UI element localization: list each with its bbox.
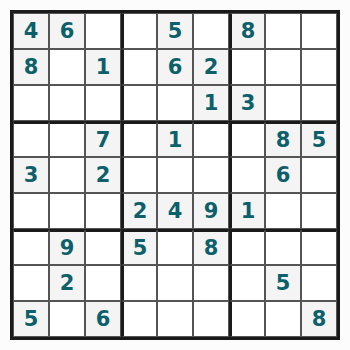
cell-r8c1[interactable] — [13, 265, 49, 301]
cell-r1c4[interactable] — [121, 13, 157, 49]
cell-r4c4[interactable] — [121, 121, 157, 157]
cell-r9c3[interactable]: 6 — [85, 301, 121, 337]
cell-r3c4[interactable] — [121, 85, 157, 121]
cell-r5c1[interactable]: 3 — [13, 157, 49, 193]
cell-r1c7[interactable]: 8 — [229, 13, 265, 49]
cell-r5c9[interactable] — [301, 157, 337, 193]
cell-r8c9[interactable] — [301, 265, 337, 301]
cell-r9c8[interactable] — [265, 301, 301, 337]
cell-r7c8[interactable] — [265, 229, 301, 265]
cell-r3c2[interactable] — [49, 85, 85, 121]
cell-r4c6[interactable] — [193, 121, 229, 157]
cell-r3c6[interactable]: 1 — [193, 85, 229, 121]
cell-r8c3[interactable] — [85, 265, 121, 301]
cell-r3c9[interactable] — [301, 85, 337, 121]
cell-r1c5[interactable]: 5 — [157, 13, 193, 49]
cell-r9c6[interactable] — [193, 301, 229, 337]
cell-r5c7[interactable] — [229, 157, 265, 193]
cell-r1c9[interactable] — [301, 13, 337, 49]
cell-r5c8[interactable]: 6 — [265, 157, 301, 193]
cell-r6c6[interactable]: 9 — [193, 193, 229, 229]
cell-r7c3[interactable] — [85, 229, 121, 265]
cell-r1c1[interactable]: 4 — [13, 13, 49, 49]
cell-r8c5[interactable] — [157, 265, 193, 301]
cell-r2c5[interactable]: 6 — [157, 49, 193, 85]
cell-r8c8[interactable]: 5 — [265, 265, 301, 301]
cell-r3c8[interactable] — [265, 85, 301, 121]
cell-r1c8[interactable] — [265, 13, 301, 49]
cell-r2c4[interactable] — [121, 49, 157, 85]
cell-r9c7[interactable] — [229, 301, 265, 337]
cell-r4c3[interactable]: 7 — [85, 121, 121, 157]
cell-r7c5[interactable] — [157, 229, 193, 265]
cell-r5c3[interactable]: 2 — [85, 157, 121, 193]
cell-r8c4[interactable] — [121, 265, 157, 301]
cell-r5c5[interactable] — [157, 157, 193, 193]
cell-r7c1[interactable] — [13, 229, 49, 265]
cell-r9c5[interactable] — [157, 301, 193, 337]
cell-r6c2[interactable] — [49, 193, 85, 229]
cell-r2c7[interactable] — [229, 49, 265, 85]
cell-r8c6[interactable] — [193, 265, 229, 301]
cell-r3c7[interactable]: 3 — [229, 85, 265, 121]
cell-r9c2[interactable] — [49, 301, 85, 337]
cell-r6c4[interactable]: 2 — [121, 193, 157, 229]
cell-r9c9[interactable]: 8 — [301, 301, 337, 337]
cell-r7c6[interactable]: 8 — [193, 229, 229, 265]
cell-r2c8[interactable] — [265, 49, 301, 85]
cell-r1c6[interactable] — [193, 13, 229, 49]
cell-r6c7[interactable]: 1 — [229, 193, 265, 229]
cell-r1c3[interactable] — [85, 13, 121, 49]
cell-r7c2[interactable]: 9 — [49, 229, 85, 265]
cell-r3c1[interactable] — [13, 85, 49, 121]
cell-r4c1[interactable] — [13, 121, 49, 157]
cell-r3c5[interactable] — [157, 85, 193, 121]
cell-r6c3[interactable] — [85, 193, 121, 229]
cell-r6c8[interactable] — [265, 193, 301, 229]
cell-r5c2[interactable] — [49, 157, 85, 193]
cell-r5c6[interactable] — [193, 157, 229, 193]
cell-r7c9[interactable] — [301, 229, 337, 265]
cell-r5c4[interactable] — [121, 157, 157, 193]
cell-r8c2[interactable]: 2 — [49, 265, 85, 301]
cell-r4c7[interactable] — [229, 121, 265, 157]
cell-r1c2[interactable]: 6 — [49, 13, 85, 49]
cell-r2c2[interactable] — [49, 49, 85, 85]
cell-r6c1[interactable] — [13, 193, 49, 229]
cell-r2c9[interactable] — [301, 49, 337, 85]
cell-r4c8[interactable]: 8 — [265, 121, 301, 157]
cell-r9c4[interactable] — [121, 301, 157, 337]
cell-r2c1[interactable]: 8 — [13, 49, 49, 85]
cell-r6c5[interactable]: 4 — [157, 193, 193, 229]
cell-r8c7[interactable] — [229, 265, 265, 301]
cell-r3c3[interactable] — [85, 85, 121, 121]
cell-r4c5[interactable]: 1 — [157, 121, 193, 157]
cell-r7c7[interactable] — [229, 229, 265, 265]
sudoku-page: 46588162137185326249195825568 — [0, 0, 350, 350]
sudoku-board: 46588162137185326249195825568 — [10, 10, 340, 340]
cell-r2c3[interactable]: 1 — [85, 49, 121, 85]
cell-r6c9[interactable] — [301, 193, 337, 229]
cell-r4c2[interactable] — [49, 121, 85, 157]
cell-r2c6[interactable]: 2 — [193, 49, 229, 85]
cell-r7c4[interactable]: 5 — [121, 229, 157, 265]
cell-r9c1[interactable]: 5 — [13, 301, 49, 337]
cell-r4c9[interactable]: 5 — [301, 121, 337, 157]
